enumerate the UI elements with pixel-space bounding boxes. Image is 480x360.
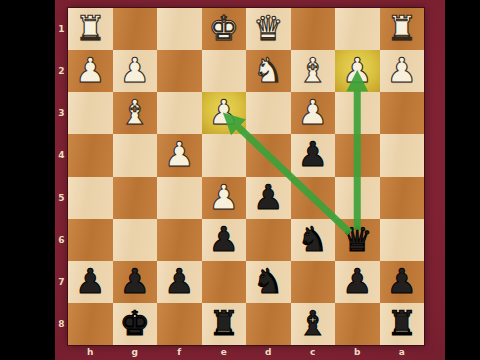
piece-white-rook-h1[interactable]: ♜ [75, 11, 105, 45]
piece-white-bishop-c2[interactable]: ♝ [298, 53, 328, 87]
square-b6[interactable]: ♛ [335, 219, 380, 261]
square-b3[interactable] [335, 92, 380, 134]
rank-label-8: 8 [55, 319, 68, 329]
piece-black-pawn-c4[interactable]: ♟ [298, 137, 328, 171]
square-d3[interactable] [246, 92, 291, 134]
rank-label-5: 5 [55, 193, 68, 203]
square-f5[interactable] [157, 177, 202, 219]
rank-label-6: 6 [55, 235, 68, 245]
video-frame: ♜♚♛♜♟♟♞♝♟♟♝♟♟♟♟♟♟♟♞♛♟♟♟♞♟♟♚♜♝♜ 12345678h… [0, 0, 480, 360]
square-g5[interactable] [113, 177, 158, 219]
square-b7[interactable]: ♟ [335, 261, 380, 303]
piece-black-king-g8[interactable]: ♚ [120, 306, 150, 340]
piece-black-pawn-b7[interactable]: ♟ [342, 264, 372, 298]
piece-white-pawn-e5[interactable]: ♟ [209, 180, 239, 214]
square-e1[interactable]: ♚ [202, 8, 247, 50]
piece-white-pawn-e3[interactable]: ♟ [209, 95, 239, 129]
file-label-b: b [335, 347, 380, 359]
square-e8[interactable]: ♜ [202, 303, 247, 345]
square-h4[interactable] [68, 134, 113, 176]
square-c8[interactable]: ♝ [291, 303, 336, 345]
square-h2[interactable]: ♟ [68, 50, 113, 92]
file-label-g: g [113, 347, 158, 359]
square-e2[interactable] [202, 50, 247, 92]
piece-white-pawn-c3[interactable]: ♟ [298, 95, 328, 129]
piece-white-queen-d1[interactable]: ♛ [253, 11, 283, 45]
square-e6[interactable]: ♟ [202, 219, 247, 261]
square-d2[interactable]: ♞ [246, 50, 291, 92]
piece-white-pawn-h2[interactable]: ♟ [75, 53, 105, 87]
square-h8[interactable] [68, 303, 113, 345]
square-f7[interactable]: ♟ [157, 261, 202, 303]
square-d5[interactable]: ♟ [246, 177, 291, 219]
piece-white-pawn-b2[interactable]: ♟ [342, 53, 372, 87]
piece-black-pawn-a7[interactable]: ♟ [387, 264, 417, 298]
square-c2[interactable]: ♝ [291, 50, 336, 92]
square-a4[interactable] [380, 134, 425, 176]
file-label-f: f [157, 347, 202, 359]
rank-label-2: 2 [55, 66, 68, 76]
square-e3[interactable]: ♟ [202, 92, 247, 134]
square-b2[interactable]: ♟ [335, 50, 380, 92]
square-g8[interactable]: ♚ [113, 303, 158, 345]
square-c5[interactable] [291, 177, 336, 219]
square-f2[interactable] [157, 50, 202, 92]
square-c3[interactable]: ♟ [291, 92, 336, 134]
file-label-c: c [291, 347, 336, 359]
square-c1[interactable] [291, 8, 336, 50]
square-e7[interactable] [202, 261, 247, 303]
letterbox-right [445, 0, 480, 360]
square-g1[interactable] [113, 8, 158, 50]
rank-label-4: 4 [55, 150, 68, 160]
square-a1[interactable]: ♜ [380, 8, 425, 50]
piece-black-rook-a8[interactable]: ♜ [387, 306, 417, 340]
square-d6[interactable] [246, 219, 291, 261]
square-b4[interactable] [335, 134, 380, 176]
piece-black-pawn-h7[interactable]: ♟ [75, 264, 105, 298]
piece-white-king-e1[interactable]: ♚ [209, 11, 239, 45]
square-b8[interactable] [335, 303, 380, 345]
file-label-a: a [380, 347, 425, 359]
square-h5[interactable] [68, 177, 113, 219]
square-c4[interactable]: ♟ [291, 134, 336, 176]
piece-white-pawn-f4[interactable]: ♟ [164, 137, 194, 171]
square-c6[interactable]: ♞ [291, 219, 336, 261]
square-g2[interactable]: ♟ [113, 50, 158, 92]
piece-white-pawn-g2[interactable]: ♟ [120, 53, 150, 87]
piece-black-rook-e8[interactable]: ♜ [209, 306, 239, 340]
square-a8[interactable]: ♜ [380, 303, 425, 345]
square-h6[interactable] [68, 219, 113, 261]
square-e4[interactable] [202, 134, 247, 176]
square-d4[interactable] [246, 134, 291, 176]
square-b1[interactable] [335, 8, 380, 50]
rank-label-7: 7 [55, 277, 68, 287]
square-d7[interactable]: ♞ [246, 261, 291, 303]
rank-label-3: 3 [55, 108, 68, 118]
file-label-d: d [246, 347, 291, 359]
piece-black-knight-c6[interactable]: ♞ [298, 222, 328, 256]
letterbox-left [0, 0, 55, 360]
file-label-h: h [68, 347, 113, 359]
square-f1[interactable] [157, 8, 202, 50]
board-frame: ♜♚♛♜♟♟♞♝♟♟♝♟♟♟♟♟♟♟♞♛♟♟♟♞♟♟♚♜♝♜ 12345678h… [55, 0, 445, 360]
piece-black-pawn-g7[interactable]: ♟ [120, 264, 150, 298]
rank-label-1: 1 [55, 24, 68, 34]
square-a3[interactable] [380, 92, 425, 134]
square-d8[interactable] [246, 303, 291, 345]
square-h7[interactable]: ♟ [68, 261, 113, 303]
chess-board: ♜♚♛♜♟♟♞♝♟♟♝♟♟♟♟♟♟♟♞♛♟♟♟♞♟♟♚♜♝♜ [68, 8, 424, 345]
piece-black-pawn-d5[interactable]: ♟ [253, 180, 283, 214]
piece-white-bishop-g3[interactable]: ♝ [120, 95, 150, 129]
square-a6[interactable] [380, 219, 425, 261]
square-f8[interactable] [157, 303, 202, 345]
square-g3[interactable]: ♝ [113, 92, 158, 134]
piece-white-rook-a1[interactable]: ♜ [387, 11, 417, 45]
square-f4[interactable]: ♟ [157, 134, 202, 176]
square-d1[interactable]: ♛ [246, 8, 291, 50]
piece-white-knight-d2[interactable]: ♞ [253, 53, 283, 87]
square-a5[interactable] [380, 177, 425, 219]
square-c7[interactable] [291, 261, 336, 303]
piece-black-bishop-c8[interactable]: ♝ [298, 306, 328, 340]
square-e5[interactable]: ♟ [202, 177, 247, 219]
square-f3[interactable] [157, 92, 202, 134]
square-h1[interactable]: ♜ [68, 8, 113, 50]
square-f6[interactable] [157, 219, 202, 261]
square-a7[interactable]: ♟ [380, 261, 425, 303]
square-a2[interactable]: ♟ [380, 50, 425, 92]
piece-black-pawn-e6[interactable]: ♟ [209, 222, 239, 256]
piece-white-pawn-a2[interactable]: ♟ [387, 53, 417, 87]
square-g7[interactable]: ♟ [113, 261, 158, 303]
file-label-e: e [202, 347, 247, 359]
square-h3[interactable] [68, 92, 113, 134]
square-b5[interactable] [335, 177, 380, 219]
square-g6[interactable] [113, 219, 158, 261]
square-g4[interactable] [113, 134, 158, 176]
piece-black-queen-b6[interactable]: ♛ [342, 222, 372, 256]
piece-black-pawn-f7[interactable]: ♟ [164, 264, 194, 298]
piece-black-knight-d7[interactable]: ♞ [253, 264, 283, 298]
